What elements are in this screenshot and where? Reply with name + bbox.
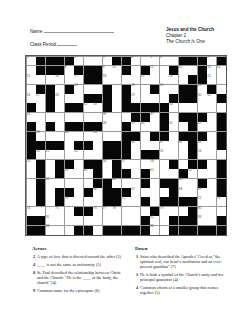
grid-cell-r17c19[interactable] <box>207 216 216 225</box>
grid-cell-r9c4[interactable] <box>65 141 74 150</box>
grid-cell-r2c20[interactable] <box>217 75 226 84</box>
grid-cell-r4c4[interactable] <box>65 94 74 103</box>
cell-number: 40 <box>141 122 145 126</box>
grid-cell-r10c11[interactable] <box>131 150 140 159</box>
grid-cell-r2c8[interactable]: 18 <box>103 75 112 84</box>
grid-cell-r12c19[interactable] <box>207 169 216 178</box>
black-cell-r15c3 <box>55 197 64 206</box>
across-clue-8: 8St. Paul described the relationship bet… <box>30 270 125 285</box>
cell-number: 21 <box>207 75 211 79</box>
grid-cell-r15c13[interactable] <box>150 197 159 206</box>
grid-cell-r6c1[interactable] <box>36 113 45 122</box>
grid-cell-r8c9[interactable] <box>112 132 121 141</box>
grid-cell-r3c14[interactable]: 24 <box>160 85 169 94</box>
grid-cell-r11c19[interactable] <box>207 160 216 169</box>
black-cell-r11c7 <box>93 160 102 169</box>
grid-cell-r2c16[interactable] <box>179 75 188 84</box>
cell-number: 18 <box>103 75 107 79</box>
grid-cell-r11c16[interactable] <box>179 160 188 169</box>
grid-cell-r15c2[interactable] <box>46 197 55 206</box>
black-cell-r1c18 <box>198 66 207 75</box>
grid-cell-r16c11[interactable] <box>131 207 140 216</box>
cell-number: 72 <box>198 197 202 201</box>
black-cell-r7c14 <box>160 122 169 131</box>
class-period-blank-line[interactable] <box>57 41 77 46</box>
grid-cell-r6c6[interactable] <box>84 113 93 122</box>
grid-cell-r17c4[interactable] <box>65 216 74 225</box>
grid-cell-r8c1[interactable]: 43 <box>36 132 45 141</box>
grid-cell-r11c8[interactable]: 56 <box>103 160 112 169</box>
grid-cell-r3c15[interactable] <box>169 85 178 94</box>
grid-cell-r18c4[interactable] <box>65 226 74 235</box>
cell-number: 46 <box>131 141 135 145</box>
grid-cell-r4c11[interactable]: 29 <box>131 94 140 103</box>
grid-cell-r1c11[interactable] <box>131 66 140 75</box>
grid-cell-r4c0[interactable]: 26 <box>27 94 36 103</box>
grid-cell-r16c20[interactable] <box>217 207 226 216</box>
grid-cell-r5c9[interactable] <box>112 103 121 112</box>
grid-cell-r8c7[interactable]: 45 <box>93 132 102 141</box>
grid-cell-r10c1[interactable]: 50 <box>36 150 45 159</box>
grid-cell-r5c1[interactable] <box>36 103 45 112</box>
black-cell-r6c20 <box>217 113 226 122</box>
grid-cell-r2c4[interactable] <box>65 75 74 84</box>
cell-number: 23 <box>131 84 135 88</box>
grid-cell-r8c19[interactable] <box>207 132 216 141</box>
grid-cell-r14c12[interactable] <box>141 188 150 197</box>
grid-cell-r2c1[interactable] <box>36 75 45 84</box>
black-cell-r4c8 <box>103 94 112 103</box>
grid-cell-r7c9[interactable] <box>112 122 121 131</box>
grid-cell-r2c0[interactable]: 15 <box>27 75 36 84</box>
grid-cell-r14c0[interactable] <box>27 188 36 197</box>
grid-cell-r4c3[interactable]: 28 <box>55 94 64 103</box>
clue-number: 3 <box>133 272 138 282</box>
grid-cell-r15c6[interactable] <box>84 197 93 206</box>
grid-cell-r10c18[interactable]: 54 <box>198 150 207 159</box>
grid-cell-r17c6[interactable] <box>84 216 93 225</box>
grid-cell-r16c0[interactable]: 74 <box>27 207 36 216</box>
grid-cell-r10c20[interactable] <box>217 150 226 159</box>
grid-cell-r0c15[interactable] <box>169 57 178 66</box>
grid-cell-r1c20[interactable]: 14 <box>217 66 226 75</box>
grid-cell-r14c16[interactable]: 68 <box>179 188 188 197</box>
cell-number: 2 <box>74 56 76 60</box>
cell-number: 85 <box>150 225 154 229</box>
grid-cell-r2c10[interactable] <box>122 75 131 84</box>
grid-cell-r4c13[interactable] <box>150 94 159 103</box>
grid-cell-r15c10[interactable]: 71 <box>122 197 131 206</box>
grid-cell-r0c0[interactable]: 1 <box>27 57 36 66</box>
black-cell-r10c8 <box>103 150 112 159</box>
grid-cell-r8c4[interactable]: 44 <box>65 132 74 141</box>
grid-cell-r16c9[interactable]: 78 <box>112 207 121 216</box>
clue-text: A type of love that is directed toward t… <box>37 254 121 259</box>
grid-cell-r8c2[interactable] <box>46 132 55 141</box>
cell-number: 11 <box>150 66 153 70</box>
black-cell-r7c5 <box>74 122 83 131</box>
grid-cell-r13c10[interactable] <box>122 179 131 188</box>
grid-cell-r8c15[interactable] <box>169 132 178 141</box>
grid-cell-r17c11[interactable] <box>131 216 140 225</box>
cell-number: 54 <box>198 150 202 154</box>
grid-cell-r2c3[interactable]: 16 <box>55 75 64 84</box>
grid-cell-r14c7[interactable]: 66 <box>93 188 102 197</box>
black-cell-r12c20 <box>217 169 226 178</box>
grid-cell-r4c1[interactable]: 27 <box>36 94 45 103</box>
grid-cell-r10c5[interactable]: 52 <box>74 150 83 159</box>
grid-cell-r14c17[interactable] <box>188 188 197 197</box>
across-clue-4: 4____ is not the same as uniformity (5) <box>30 262 125 267</box>
grid-cell-r12c11[interactable] <box>131 169 140 178</box>
cell-number: 44 <box>65 131 69 135</box>
grid-cell-r17c10[interactable] <box>122 216 131 225</box>
grid-cell-r15c20[interactable]: 73 <box>217 197 226 206</box>
grid-cell-r14c19[interactable] <box>207 188 216 197</box>
grid-cell-r2c9[interactable] <box>112 75 121 84</box>
black-cell-r18c17 <box>188 226 197 235</box>
grid-cell-r6c0[interactable]: 35 <box>27 113 36 122</box>
black-cell-r18c11 <box>131 226 140 235</box>
grid-cell-r2c15[interactable]: 20 <box>169 75 178 84</box>
grid-cell-r4c14[interactable] <box>160 94 169 103</box>
grid-cell-r15c0[interactable] <box>27 197 36 206</box>
grid-cell-r16c14[interactable]: 79 <box>160 207 169 216</box>
grid-cell-r7c8[interactable]: 38 <box>103 122 112 131</box>
grid-cell-r11c2[interactable] <box>46 160 55 169</box>
grid-cell-r14c5[interactable] <box>74 188 83 197</box>
grid-cell-r13c3[interactable] <box>55 179 64 188</box>
grid-cell-r18c7[interactable] <box>93 226 102 235</box>
grid-cell-r16c1[interactable] <box>36 207 45 216</box>
grid-cell-r18c13[interactable]: 85 <box>150 226 159 235</box>
grid-cell-r11c10[interactable]: 57 <box>122 160 131 169</box>
grid-cell-r3c5[interactable]: 22 <box>74 85 83 94</box>
black-cell-r4c16 <box>179 94 188 103</box>
grid-cell-r8c12[interactable] <box>141 132 150 141</box>
cell-number: 10 <box>112 66 116 70</box>
grid-cell-r13c2[interactable]: 63 <box>46 179 55 188</box>
black-cell-r5c10 <box>122 103 131 112</box>
grid-cell-r12c18[interactable] <box>198 169 207 178</box>
grid-cell-r7c11[interactable]: 39 <box>131 122 140 131</box>
grid-cell-r7c3[interactable] <box>55 122 64 131</box>
black-cell-r14c9 <box>112 188 121 197</box>
grid-cell-r7c19[interactable] <box>207 122 216 131</box>
black-cell-r8c10 <box>122 132 131 141</box>
grid-cell-r4c18[interactable]: 30 <box>198 94 207 103</box>
across-clues-column: Across 2A type of love that is directed … <box>30 246 125 298</box>
grid-cell-r6c19[interactable] <box>207 113 216 122</box>
black-cell-r10c17 <box>188 150 197 159</box>
grid-cell-r0c7[interactable] <box>93 57 102 66</box>
down-heading: Down <box>135 246 228 251</box>
black-cell-r14c6 <box>84 188 93 197</box>
black-cell-r0c1 <box>36 57 45 66</box>
grid-cell-r6c9[interactable] <box>112 113 121 122</box>
grid-cell-r7c13[interactable] <box>150 122 159 131</box>
cell-number: 36 <box>103 113 107 117</box>
grid-cell-r15c11[interactable] <box>131 197 140 206</box>
black-cell-r5c4 <box>65 103 74 112</box>
grid-cell-r17c9[interactable] <box>112 216 121 225</box>
grid-cell-r17c14[interactable] <box>160 216 169 225</box>
grid-cell-r4c19[interactable]: 31 <box>207 94 216 103</box>
black-cell-r6c16 <box>179 113 188 122</box>
grid-cell-r6c7[interactable] <box>93 113 102 122</box>
grid-cell-r11c14[interactable] <box>160 160 169 169</box>
across-heading: Across <box>32 246 125 251</box>
grid-cell-r8c5[interactable] <box>74 132 83 141</box>
grid-cell-r1c13[interactable]: 11 <box>150 66 159 75</box>
grid-cell-r9c12[interactable] <box>141 141 150 150</box>
black-cell-r4c10 <box>122 94 131 103</box>
grid-cell-r12c13[interactable]: 61 <box>150 169 159 178</box>
grid-cell-r14c13[interactable] <box>150 188 159 197</box>
grid-cell-r3c20[interactable] <box>217 85 226 94</box>
cell-number: 81 <box>46 216 50 220</box>
grid-cell-r1c16[interactable]: 12 <box>179 66 188 75</box>
grid-cell-r1c4[interactable]: 8 <box>65 66 74 75</box>
cell-number: 55 <box>27 160 31 164</box>
grid-cell-r17c8[interactable] <box>103 216 112 225</box>
grid-cell-r7c12[interactable]: 40 <box>141 122 150 131</box>
grid-cell-r15c4[interactable]: 70 <box>65 197 74 206</box>
black-cell-r2c17 <box>188 75 197 84</box>
grid-cell-r1c9[interactable]: 10 <box>112 66 121 75</box>
grid-cell-r3c9[interactable] <box>112 85 121 94</box>
grid-cell-r2c2[interactable] <box>46 75 55 84</box>
down-clue-1: 1Saint who described the Apostles’ Creed… <box>133 254 228 269</box>
black-cell-r5c12 <box>141 103 150 112</box>
grid-cell-r17c7[interactable] <box>93 216 102 225</box>
grid-cell-r6c3[interactable] <box>55 113 64 122</box>
across-clue-list: 2A type of love that is directed toward … <box>30 254 125 293</box>
grid-cell-r14c2[interactable] <box>46 188 55 197</box>
cell-number: 29 <box>131 94 135 98</box>
grid-cell-r3c12[interactable] <box>141 85 150 94</box>
grid-cell-r17c3[interactable] <box>55 216 64 225</box>
black-cell-r8c13 <box>150 132 159 141</box>
black-cell-r12c12 <box>141 169 150 178</box>
cell-number: 62 <box>188 169 192 173</box>
grid-cell-r16c7[interactable]: 76 <box>93 207 102 216</box>
grid-cell-r6c4[interactable] <box>65 113 74 122</box>
grid-cell-r11c11[interactable] <box>131 160 140 169</box>
black-cell-r0c3 <box>55 57 64 66</box>
grid-cell-r15c19[interactable] <box>207 197 216 206</box>
grid-cell-r9c13[interactable] <box>150 141 159 150</box>
grid-cell-r15c18[interactable]: 72 <box>198 197 207 206</box>
cell-number: 67 <box>131 188 135 192</box>
grid-cell-r10c6[interactable] <box>84 150 93 159</box>
down-clue-list: 1Saint who described the Apostles’ Creed… <box>133 254 228 295</box>
grid-cell-r6c5[interactable] <box>74 113 83 122</box>
grid-cell-r8c6[interactable] <box>84 132 93 141</box>
grid-cell-r8c8[interactable] <box>103 132 112 141</box>
grid-cell-r6c13[interactable]: 37 <box>150 113 159 122</box>
grid-cell-r10c2[interactable]: 51 <box>46 150 55 159</box>
grid-cell-r15c5[interactable] <box>74 197 83 206</box>
grid-cell-r11c0[interactable]: 55 <box>27 160 36 169</box>
black-cell-r15c1 <box>36 197 45 206</box>
grid-cell-r4c9[interactable] <box>112 94 121 103</box>
grid-cell-r13c0[interactable] <box>27 179 36 188</box>
grid-cell-r17c5[interactable] <box>74 216 83 225</box>
grid-cell-r3c6[interactable] <box>84 85 93 94</box>
grid-cell-r10c3[interactable] <box>55 150 64 159</box>
black-cell-r10c9 <box>112 150 121 159</box>
black-cell-r15c12 <box>141 197 150 206</box>
black-cell-r15c16 <box>179 197 188 206</box>
grid-cell-r8c3[interactable] <box>55 132 64 141</box>
black-cell-r5c11 <box>131 103 140 112</box>
black-cell-r13c14 <box>160 179 169 188</box>
grid-cell-r0c6[interactable] <box>84 57 93 66</box>
grid-cell-r6c2[interactable] <box>46 113 55 122</box>
grid-cell-r10c19[interactable] <box>207 150 216 159</box>
grid-cell-r5c6[interactable]: 32 <box>84 103 93 112</box>
grid-cell-r12c17[interactable]: 62 <box>188 169 197 178</box>
grid-cell-r1c14[interactable] <box>160 66 169 75</box>
cell-number: 52 <box>74 150 78 154</box>
grid-cell-r11c5[interactable] <box>74 160 83 169</box>
grid-cell-r9c7[interactable] <box>93 141 102 150</box>
cell-number: 66 <box>93 188 97 192</box>
grid-cell-r12c8[interactable] <box>103 169 112 178</box>
grid-cell-r5c18[interactable] <box>198 103 207 112</box>
cell-number: 49 <box>198 141 202 145</box>
black-cell-r15c8 <box>103 197 112 206</box>
cell-number: 79 <box>160 207 164 211</box>
grid-cell-r16c16[interactable] <box>179 207 188 216</box>
black-cell-r9c17 <box>188 141 197 150</box>
grid-cell-r4c12[interactable] <box>141 94 150 103</box>
grid-cell-r6c10[interactable] <box>122 113 131 122</box>
grid-cell-r13c6[interactable] <box>84 179 93 188</box>
grid-cell-r16c8[interactable]: 77 <box>103 207 112 216</box>
cell-number: 57 <box>122 160 126 164</box>
black-cell-r0c17 <box>188 57 197 66</box>
black-cell-r3c13 <box>150 85 159 94</box>
across-clue-2: 2A type of love that is directed toward … <box>30 254 125 259</box>
grid-cell-r9c16[interactable]: 48 <box>179 141 188 150</box>
grid-cell-r5c15[interactable]: 34 <box>169 103 178 112</box>
grid-cell-r9c11[interactable]: 46 <box>131 141 140 150</box>
grid-cell-r13c19[interactable] <box>207 179 216 188</box>
grid-cell-r0c14[interactable]: 6 <box>160 57 169 66</box>
clue-number: 2 <box>30 254 35 259</box>
grid-cell-r4c5[interactable] <box>74 94 83 103</box>
grid-cell-r12c4[interactable]: 59 <box>65 169 74 178</box>
clue-lists: Across 2A type of love that is directed … <box>30 246 228 298</box>
grid-cell-r10c14[interactable]: 53 <box>160 150 169 159</box>
grid-cell-r12c6[interactable]: 60 <box>84 169 93 178</box>
black-cell-r2c7 <box>93 75 102 84</box>
grid-cell-r10c16[interactable] <box>179 150 188 159</box>
grid-cell-r14c14[interactable] <box>160 188 169 197</box>
grid-cell-r12c14[interactable] <box>160 169 169 178</box>
grid-cell-r7c18[interactable]: 42 <box>198 122 207 131</box>
grid-cell-r16c10[interactable] <box>122 207 131 216</box>
grid-cell-r14c11[interactable]: 67 <box>131 188 140 197</box>
black-cell-r18c18 <box>198 226 207 235</box>
black-cell-r18c10 <box>122 226 131 235</box>
grid-cell-r16c4[interactable] <box>65 207 74 216</box>
black-cell-r15c14 <box>160 197 169 206</box>
black-cell-r0c10 <box>122 57 131 66</box>
black-cell-r3c4 <box>65 85 74 94</box>
grid-cell-r2c19[interactable]: 21 <box>207 75 216 84</box>
black-cell-r17c20 <box>217 216 226 225</box>
grid-cell-r13c9[interactable]: 64 <box>112 179 121 188</box>
black-cell-r7c10 <box>122 122 131 131</box>
grid-cell-r5c3[interactable] <box>55 103 64 112</box>
black-cell-r18c19 <box>207 226 216 235</box>
grid-cell-r17c18[interactable]: 83 <box>198 216 207 225</box>
black-cell-r5c2 <box>46 103 55 112</box>
cell-number: 17 <box>74 75 78 79</box>
grid-cell-r0c5[interactable]: 2 <box>74 57 83 66</box>
cell-number: 37 <box>150 113 154 117</box>
grid-cell-r2c12[interactable]: 19 <box>141 75 150 84</box>
grid-cell-r10c15[interactable] <box>169 150 178 159</box>
grid-cell-r5c20[interactable] <box>217 103 226 112</box>
grid-cell-r11c12[interactable] <box>141 160 150 169</box>
black-cell-r15c15 <box>169 197 178 206</box>
black-cell-r12c10 <box>122 169 131 178</box>
grid-cell-r13c5[interactable] <box>74 179 83 188</box>
cell-number: 26 <box>27 94 31 98</box>
grid-cell-r10c4[interactable] <box>65 150 74 159</box>
grid-cell-r0c12[interactable] <box>141 57 150 66</box>
grid-cell-r12c15[interactable] <box>169 169 178 178</box>
grid-cell-r13c17[interactable] <box>188 179 197 188</box>
grid-cell-r18c2[interactable]: 84 <box>46 226 55 235</box>
grid-cell-r7c16[interactable] <box>179 122 188 131</box>
grid-cell-r15c7[interactable] <box>93 197 102 206</box>
grid-cell-r7c15[interactable]: 41 <box>169 122 178 131</box>
black-cell-r9c10 <box>122 141 131 150</box>
grid-cell-r10c7[interactable] <box>93 150 102 159</box>
grid-cell-r1c17[interactable] <box>188 66 197 75</box>
black-cell-r6c17 <box>188 113 197 122</box>
grid-cell-r9c19[interactable] <box>207 141 216 150</box>
grid-cell-r0c11[interactable]: 4 <box>131 57 140 66</box>
grid-cell-r5c16[interactable] <box>179 103 188 112</box>
grid-cell-r16c19[interactable] <box>207 207 216 216</box>
grid-cell-r12c0[interactable] <box>27 169 36 178</box>
grid-cell-r18c3[interactable] <box>55 226 64 235</box>
black-cell-r12c7 <box>93 169 102 178</box>
name-blank-line[interactable] <box>44 28 114 33</box>
grid-cell-r13c4[interactable] <box>65 179 74 188</box>
grid-cell-r9c15[interactable] <box>169 141 178 150</box>
grid-cell-r18c14[interactable] <box>160 226 169 235</box>
grid-cell-r5c17[interactable] <box>188 103 197 112</box>
black-cell-r18c0 <box>27 226 36 235</box>
grid-cell-r13c13[interactable] <box>150 179 159 188</box>
black-cell-r1c6 <box>84 66 93 75</box>
grid-cell-r16c12[interactable] <box>141 207 150 216</box>
grid-cell-r12c5[interactable] <box>74 169 83 178</box>
grid-cell-r3c7[interactable] <box>93 85 102 94</box>
grid-cell-r2c13[interactable] <box>150 75 159 84</box>
grid-cell-r5c19[interactable] <box>207 103 216 112</box>
grid-cell-r16c3[interactable]: 75 <box>55 207 64 216</box>
grid-cell-r16c15[interactable] <box>169 207 178 216</box>
grid-cell-r5c7[interactable]: 33 <box>93 103 102 112</box>
